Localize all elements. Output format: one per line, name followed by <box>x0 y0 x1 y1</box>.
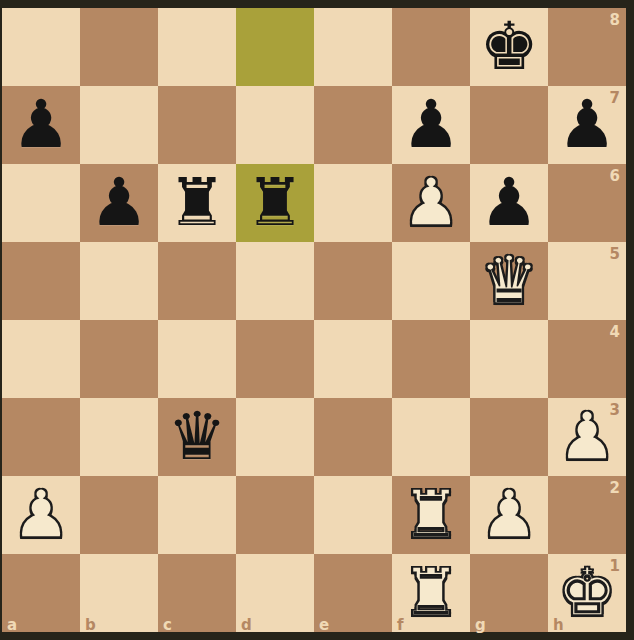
file-label-a: a <box>7 616 17 634</box>
square-f4[interactable] <box>392 320 470 398</box>
square-g1[interactable]: g <box>470 554 548 632</box>
black-pawn[interactable]: ♟ <box>470 164 548 242</box>
square-d7[interactable] <box>236 86 314 164</box>
square-a7[interactable]: ♟ <box>2 86 80 164</box>
white-rook[interactable]: ♜ <box>392 476 470 554</box>
square-e6[interactable] <box>314 164 392 242</box>
square-d1[interactable]: d <box>236 554 314 632</box>
square-c2[interactable] <box>158 476 236 554</box>
square-a5[interactable] <box>2 242 80 320</box>
square-h6[interactable]: 6 <box>548 164 626 242</box>
rank-label-2: 2 <box>610 479 620 497</box>
square-e5[interactable] <box>314 242 392 320</box>
black-rook[interactable]: ♜ <box>236 164 314 242</box>
chess-board[interactable]: ♚8♟♟7♟♟♜♜♟♟6♛54♛3♟♟♜♟2abcdef♜g1h♚ <box>2 8 626 632</box>
square-f8[interactable] <box>392 8 470 86</box>
square-g4[interactable] <box>470 320 548 398</box>
rank-label-5: 5 <box>610 245 620 263</box>
square-c3[interactable]: ♛ <box>158 398 236 476</box>
square-c1[interactable]: c <box>158 554 236 632</box>
square-e1[interactable]: e <box>314 554 392 632</box>
square-h4[interactable]: 4 <box>548 320 626 398</box>
square-c6[interactable]: ♜ <box>158 164 236 242</box>
square-b2[interactable] <box>80 476 158 554</box>
square-d3[interactable] <box>236 398 314 476</box>
black-pawn[interactable]: ♟ <box>548 86 626 164</box>
white-pawn[interactable]: ♟ <box>548 398 626 476</box>
square-e7[interactable] <box>314 86 392 164</box>
square-g7[interactable] <box>470 86 548 164</box>
square-b5[interactable] <box>80 242 158 320</box>
square-f5[interactable] <box>392 242 470 320</box>
square-f6[interactable]: ♟ <box>392 164 470 242</box>
black-queen[interactable]: ♛ <box>158 398 236 476</box>
square-b4[interactable] <box>80 320 158 398</box>
square-a6[interactable] <box>2 164 80 242</box>
square-h2[interactable]: 2 <box>548 476 626 554</box>
rank-label-4: 4 <box>610 323 620 341</box>
black-king[interactable]: ♚ <box>470 8 548 86</box>
square-g6[interactable]: ♟ <box>470 164 548 242</box>
black-pawn[interactable]: ♟ <box>392 86 470 164</box>
black-pawn[interactable]: ♟ <box>2 86 80 164</box>
white-pawn[interactable]: ♟ <box>2 476 80 554</box>
square-h7[interactable]: 7♟ <box>548 86 626 164</box>
square-h8[interactable]: 8 <box>548 8 626 86</box>
square-c4[interactable] <box>158 320 236 398</box>
square-c7[interactable] <box>158 86 236 164</box>
square-d2[interactable] <box>236 476 314 554</box>
square-h3[interactable]: 3♟ <box>548 398 626 476</box>
square-a1[interactable]: a <box>2 554 80 632</box>
square-a4[interactable] <box>2 320 80 398</box>
square-b6[interactable]: ♟ <box>80 164 158 242</box>
square-g8[interactable]: ♚ <box>470 8 548 86</box>
square-a2[interactable]: ♟ <box>2 476 80 554</box>
square-g3[interactable] <box>470 398 548 476</box>
square-e4[interactable] <box>314 320 392 398</box>
white-queen[interactable]: ♛ <box>470 242 548 320</box>
square-d5[interactable] <box>236 242 314 320</box>
square-h1[interactable]: 1h♚ <box>548 554 626 632</box>
square-g2[interactable]: ♟ <box>470 476 548 554</box>
file-label-e: e <box>319 616 329 634</box>
square-h5[interactable]: 5 <box>548 242 626 320</box>
square-f7[interactable]: ♟ <box>392 86 470 164</box>
black-pawn[interactable]: ♟ <box>80 164 158 242</box>
file-label-g: g <box>475 616 486 634</box>
square-f3[interactable] <box>392 398 470 476</box>
square-d6[interactable]: ♜ <box>236 164 314 242</box>
square-e8[interactable] <box>314 8 392 86</box>
square-c5[interactable] <box>158 242 236 320</box>
white-king[interactable]: ♚ <box>548 554 626 632</box>
white-pawn[interactable]: ♟ <box>392 164 470 242</box>
file-label-d: d <box>241 616 252 634</box>
square-f2[interactable]: ♜ <box>392 476 470 554</box>
square-f1[interactable]: f♜ <box>392 554 470 632</box>
file-label-b: b <box>85 616 96 634</box>
rank-label-6: 6 <box>610 167 620 185</box>
black-rook[interactable]: ♜ <box>158 164 236 242</box>
square-a8[interactable] <box>2 8 80 86</box>
square-d4[interactable] <box>236 320 314 398</box>
rank-label-8: 8 <box>610 11 620 29</box>
square-b7[interactable] <box>80 86 158 164</box>
square-a3[interactable] <box>2 398 80 476</box>
white-pawn[interactable]: ♟ <box>470 476 548 554</box>
square-g5[interactable]: ♛ <box>470 242 548 320</box>
square-c8[interactable] <box>158 8 236 86</box>
square-d8[interactable] <box>236 8 314 86</box>
file-label-c: c <box>163 616 172 634</box>
chess-app: ♚8♟♟7♟♟♜♜♟♟6♛54♛3♟♟♜♟2abcdef♜g1h♚ <box>0 0 634 640</box>
square-e3[interactable] <box>314 398 392 476</box>
square-b8[interactable] <box>80 8 158 86</box>
white-rook[interactable]: ♜ <box>392 554 470 632</box>
square-b3[interactable] <box>80 398 158 476</box>
square-e2[interactable] <box>314 476 392 554</box>
square-b1[interactable]: b <box>80 554 158 632</box>
